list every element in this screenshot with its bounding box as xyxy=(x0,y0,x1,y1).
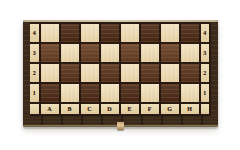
square-h1 xyxy=(181,84,199,102)
square-c1 xyxy=(81,84,99,102)
square-f3 xyxy=(141,44,159,62)
file-label-a: A xyxy=(41,104,59,114)
board-frame-left xyxy=(23,22,30,116)
square-f4 xyxy=(141,24,159,42)
box-top-edge xyxy=(23,20,218,22)
rank-label-left-2: 2 xyxy=(30,64,39,82)
file-label-h: H xyxy=(181,104,199,114)
square-b2 xyxy=(61,64,79,82)
brass-clasp-icon xyxy=(117,122,124,130)
rank-label-right-4: 4 xyxy=(201,24,210,42)
square-e4 xyxy=(121,24,139,42)
board-frame-right xyxy=(211,22,218,116)
square-g1 xyxy=(161,84,179,102)
square-g3 xyxy=(161,44,179,62)
rank-label-left-1: 1 xyxy=(30,84,39,102)
square-b4 xyxy=(61,24,79,42)
square-e2 xyxy=(121,64,139,82)
rank-label-right-3: 3 xyxy=(201,44,210,62)
rank-label-right-2: 2 xyxy=(201,64,210,82)
corner-cell-left xyxy=(30,104,39,114)
rank-label-left-3: 3 xyxy=(30,44,39,62)
square-c2 xyxy=(81,64,99,82)
corner-cell-right xyxy=(201,104,210,114)
square-f2 xyxy=(141,64,159,82)
file-label-c: C xyxy=(81,104,99,114)
file-label-g: G xyxy=(161,104,179,114)
square-c4 xyxy=(81,24,99,42)
square-e3 xyxy=(121,44,139,62)
chess-box: 44332211ABCDEFGH xyxy=(23,20,218,127)
square-b3 xyxy=(61,44,79,62)
square-d2 xyxy=(101,64,119,82)
rank-label-left-4: 4 xyxy=(30,24,39,42)
square-a2 xyxy=(41,64,59,82)
square-d3 xyxy=(101,44,119,62)
file-label-d: D xyxy=(101,104,119,114)
product-photo-scene: 44332211ABCDEFGH xyxy=(0,0,240,150)
square-e1 xyxy=(121,84,139,102)
board-grid: 44332211ABCDEFGH xyxy=(30,24,209,114)
file-label-b: B xyxy=(61,104,79,114)
file-label-f: F xyxy=(141,104,159,114)
square-g2 xyxy=(161,64,179,82)
square-h2 xyxy=(181,64,199,82)
rank-label-right-1: 1 xyxy=(201,84,210,102)
square-a1 xyxy=(41,84,59,102)
square-d4 xyxy=(101,24,119,42)
square-a4 xyxy=(41,24,59,42)
square-f1 xyxy=(141,84,159,102)
square-c3 xyxy=(81,44,99,62)
square-d1 xyxy=(101,84,119,102)
square-a3 xyxy=(41,44,59,62)
square-h4 xyxy=(181,24,199,42)
square-g4 xyxy=(161,24,179,42)
square-b1 xyxy=(61,84,79,102)
square-h3 xyxy=(181,44,199,62)
file-label-e: E xyxy=(121,104,139,114)
